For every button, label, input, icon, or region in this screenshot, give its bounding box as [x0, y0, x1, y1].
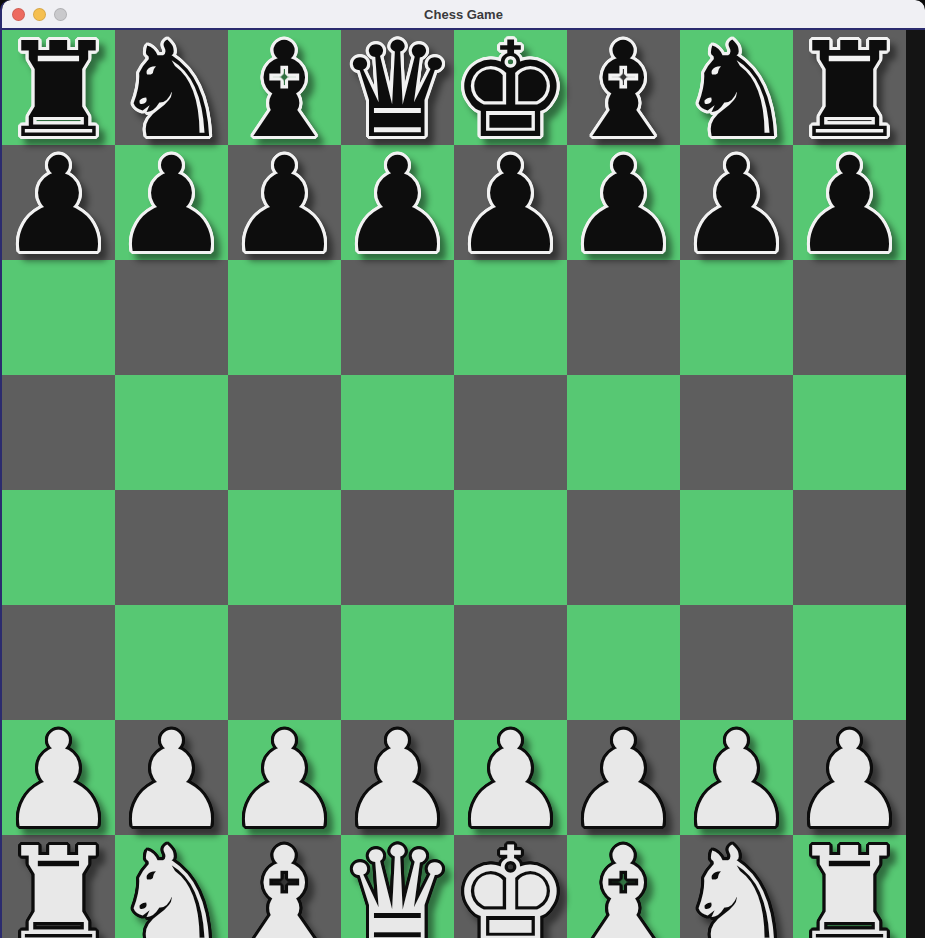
piece-black-pawn[interactable]: ♟: [451, 139, 569, 271]
square-b4[interactable]: [115, 490, 228, 605]
piece-white-rook[interactable]: ♜: [790, 829, 906, 938]
square-f4[interactable]: [567, 490, 680, 605]
square-f5[interactable]: [567, 375, 680, 490]
square-d1[interactable]: ♛: [341, 835, 454, 938]
square-f1[interactable]: ♝: [567, 835, 680, 938]
piece-white-bishop[interactable]: ♝: [564, 829, 682, 938]
piece-white-queen[interactable]: ♛: [338, 829, 456, 938]
square-g7[interactable]: ♟: [680, 145, 793, 260]
piece-black-pawn[interactable]: ♟: [112, 139, 230, 271]
board-right-gutter: [906, 30, 925, 938]
piece-white-knight[interactable]: ♞: [112, 829, 230, 938]
piece-black-pawn[interactable]: ♟: [677, 139, 795, 271]
window-title: Chess Game: [2, 7, 925, 22]
square-h4[interactable]: [793, 490, 906, 605]
square-d7[interactable]: ♟: [341, 145, 454, 260]
square-h7[interactable]: ♟: [793, 145, 906, 260]
piece-white-knight[interactable]: ♞: [677, 829, 795, 938]
square-g5[interactable]: [680, 375, 793, 490]
square-c4[interactable]: [228, 490, 341, 605]
square-c7[interactable]: ♟: [228, 145, 341, 260]
square-d4[interactable]: [341, 490, 454, 605]
square-a4[interactable]: [2, 490, 115, 605]
square-h1[interactable]: ♜: [793, 835, 906, 938]
piece-black-pawn[interactable]: ♟: [338, 139, 456, 271]
square-g4[interactable]: [680, 490, 793, 605]
square-a5[interactable]: [2, 375, 115, 490]
square-c1[interactable]: ♝: [228, 835, 341, 938]
piece-white-rook[interactable]: ♜: [2, 829, 118, 938]
chess-game-window: Chess Game ♜♞♝♛♚♝♞♜♟♟♟♟♟♟♟♟♟♟♟♟♟♟♟♟♜♞♝♛♚…: [0, 0, 925, 938]
square-g1[interactable]: ♞: [680, 835, 793, 938]
square-b1[interactable]: ♞: [115, 835, 228, 938]
square-e1[interactable]: ♚: [454, 835, 567, 938]
square-d5[interactable]: [341, 375, 454, 490]
window-content: ♜♞♝♛♚♝♞♜♟♟♟♟♟♟♟♟♟♟♟♟♟♟♟♟♜♞♝♛♚♝♞♜: [2, 28, 925, 938]
square-h5[interactable]: [793, 375, 906, 490]
square-b5[interactable]: [115, 375, 228, 490]
square-b7[interactable]: ♟: [115, 145, 228, 260]
square-a7[interactable]: ♟: [2, 145, 115, 260]
chess-board: ♜♞♝♛♚♝♞♜♟♟♟♟♟♟♟♟♟♟♟♟♟♟♟♟♜♞♝♛♚♝♞♜: [2, 30, 906, 938]
title-bar: Chess Game: [2, 0, 925, 28]
piece-black-pawn[interactable]: ♟: [2, 139, 118, 271]
square-a1[interactable]: ♜: [2, 835, 115, 938]
piece-white-king[interactable]: ♚: [451, 829, 569, 938]
piece-black-pawn[interactable]: ♟: [564, 139, 682, 271]
square-c5[interactable]: [228, 375, 341, 490]
square-f7[interactable]: ♟: [567, 145, 680, 260]
piece-black-pawn[interactable]: ♟: [790, 139, 906, 271]
square-e4[interactable]: [454, 490, 567, 605]
piece-black-pawn[interactable]: ♟: [225, 139, 343, 271]
piece-white-bishop[interactable]: ♝: [225, 829, 343, 938]
square-e5[interactable]: [454, 375, 567, 490]
square-e7[interactable]: ♟: [454, 145, 567, 260]
